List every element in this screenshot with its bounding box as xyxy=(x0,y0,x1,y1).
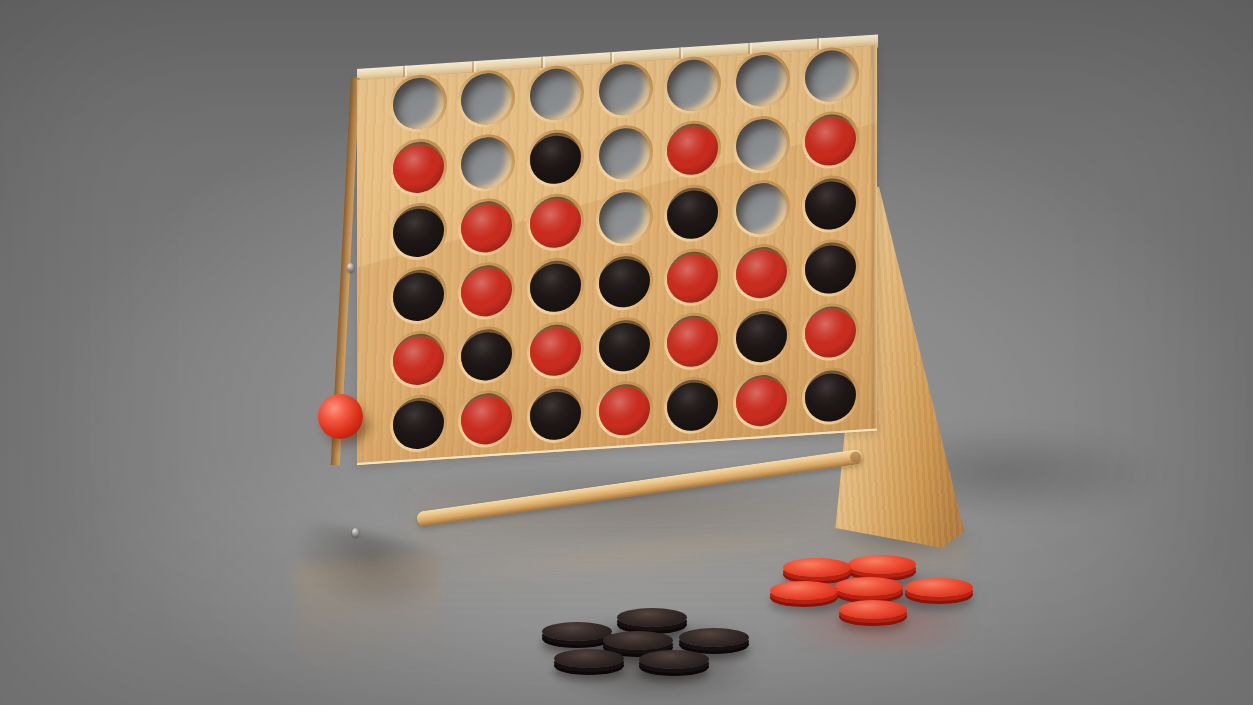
connect-four-board: ●●●●●●●●●●●●●●●●●●●●●●●●●●●●●● xyxy=(357,45,877,465)
red-disc: ● xyxy=(530,323,581,377)
cell-col7-row3[interactable]: ● xyxy=(802,173,859,234)
black-disc: ● xyxy=(736,309,787,363)
cell-col4-row5[interactable]: ● xyxy=(596,315,653,376)
cell-col4-row3[interactable] xyxy=(596,187,653,248)
black-disc: ● xyxy=(805,240,856,294)
red-disc: ● xyxy=(530,195,581,249)
dowel-reflection xyxy=(447,518,833,590)
floor-reflection-board xyxy=(408,498,863,648)
cell-col5-row6[interactable]: ● xyxy=(664,374,721,435)
red-disc: ● xyxy=(461,199,512,253)
black-disc: ● xyxy=(530,387,581,441)
cell-col1-row2[interactable]: ● xyxy=(390,137,447,198)
stand-dowel-rod xyxy=(416,449,864,527)
cell-col5-row3[interactable]: ● xyxy=(664,182,721,243)
black-disc: ● xyxy=(667,378,718,432)
cell-col2-row6[interactable]: ● xyxy=(458,388,515,449)
red-disc: ● xyxy=(461,263,512,317)
spare-red-disc[interactable] xyxy=(848,555,916,574)
black-disc: ● xyxy=(667,186,718,240)
black-disc: ● xyxy=(461,327,512,381)
cell-col5-row5[interactable]: ● xyxy=(664,310,721,371)
black-disc: ● xyxy=(530,131,581,185)
red-pile-reflection xyxy=(780,610,978,656)
black-pile-shadow xyxy=(542,620,762,682)
black-disc: ● xyxy=(393,268,444,322)
cell-col1-row5[interactable]: ● xyxy=(390,329,447,390)
cell-col6-row5[interactable]: ● xyxy=(733,306,790,367)
cell-col3-row2[interactable]: ● xyxy=(527,127,584,188)
cell-col3-row1[interactable] xyxy=(527,63,584,124)
spare-red-disc[interactable] xyxy=(839,600,907,619)
spare-red-disc[interactable] xyxy=(783,558,851,577)
cell-col7-row2[interactable]: ● xyxy=(802,109,859,170)
empty-hole xyxy=(393,76,444,130)
cell-col4-row4[interactable]: ● xyxy=(596,251,653,312)
cell-col7-row6[interactable]: ● xyxy=(802,365,859,426)
cell-col1-row3[interactable]: ● xyxy=(390,201,447,262)
black-disc: ● xyxy=(805,368,856,422)
red-disc: ● xyxy=(736,373,787,427)
empty-hole xyxy=(736,117,787,171)
red-disc: ● xyxy=(805,304,856,358)
cell-col5-row1[interactable] xyxy=(664,54,721,115)
empty-hole xyxy=(667,58,718,112)
cell-col3-row4[interactable]: ● xyxy=(527,255,584,316)
screw-icon xyxy=(347,263,354,272)
black-disc: ● xyxy=(530,259,581,313)
cell-col3-row5[interactable]: ● xyxy=(527,319,584,380)
red-release-knob[interactable] xyxy=(318,394,363,439)
spare-black-disc[interactable] xyxy=(542,622,612,641)
black-disc: ● xyxy=(599,254,650,308)
red-disc: ● xyxy=(667,314,718,368)
cell-col6-row6[interactable]: ● xyxy=(733,370,790,431)
red-disc: ● xyxy=(667,122,718,176)
cell-col6-row4[interactable]: ● xyxy=(733,242,790,303)
spare-black-disc[interactable] xyxy=(639,650,709,669)
spare-red-disc[interactable] xyxy=(905,578,973,597)
cell-col4-row2[interactable] xyxy=(596,123,653,184)
empty-hole xyxy=(805,48,856,102)
empty-hole xyxy=(530,67,581,121)
spare-black-disc[interactable] xyxy=(554,649,624,668)
cell-col6-row2[interactable] xyxy=(733,114,790,175)
right-leg-reflection xyxy=(845,540,967,612)
red-disc: ● xyxy=(461,391,512,445)
cell-col4-row6[interactable]: ● xyxy=(596,379,653,440)
red-pile-shadow xyxy=(770,570,984,628)
spare-black-disc[interactable] xyxy=(603,631,673,650)
cell-col4-row1[interactable] xyxy=(596,59,653,120)
black-disc: ● xyxy=(599,318,650,372)
cell-col2-row1[interactable] xyxy=(458,68,515,129)
empty-hole xyxy=(461,71,512,125)
cell-col5-row4[interactable]: ● xyxy=(664,246,721,307)
spare-red-disc[interactable] xyxy=(835,577,903,596)
empty-hole xyxy=(736,181,787,235)
empty-hole xyxy=(736,53,787,107)
cell-col7-row5[interactable]: ● xyxy=(802,301,859,362)
cell-col7-row4[interactable]: ● xyxy=(802,237,859,298)
cell-col1-row4[interactable]: ● xyxy=(390,265,447,326)
spare-red-disc[interactable] xyxy=(770,581,838,600)
cell-col3-row3[interactable]: ● xyxy=(527,191,584,252)
empty-hole xyxy=(599,62,650,116)
black-pile-reflection xyxy=(556,660,761,704)
cell-col7-row1[interactable] xyxy=(802,45,859,106)
red-disc: ● xyxy=(393,140,444,194)
cell-col3-row6[interactable]: ● xyxy=(527,383,584,444)
cell-col2-row4[interactable]: ● xyxy=(458,260,515,321)
screw-icon xyxy=(352,528,359,537)
spare-black-disc[interactable] xyxy=(617,608,687,627)
red-disc: ● xyxy=(667,250,718,304)
red-disc: ● xyxy=(393,332,444,386)
red-disc: ● xyxy=(736,245,787,299)
cell-col2-row2[interactable] xyxy=(458,132,515,193)
spare-black-disc[interactable] xyxy=(679,628,749,647)
black-disc: ● xyxy=(393,204,444,258)
red-disc: ● xyxy=(599,382,650,436)
red-disc: ● xyxy=(805,112,856,166)
black-disc: ● xyxy=(805,176,856,230)
empty-hole xyxy=(599,126,650,180)
cell-col1-row1[interactable] xyxy=(390,73,447,134)
floor-shadow-right xyxy=(930,425,1170,520)
empty-hole xyxy=(599,190,650,244)
cell-col2-row5[interactable]: ● xyxy=(458,324,515,385)
cell-col6-row3[interactable] xyxy=(733,178,790,239)
cell-col2-row3[interactable]: ● xyxy=(458,196,515,257)
empty-hole xyxy=(461,135,512,189)
cell-col5-row2[interactable]: ● xyxy=(664,118,721,179)
scene: ●●●●●●●●●●●●●●●●●●●●●●●●●●●●●● xyxy=(0,0,1253,705)
cell-col6-row1[interactable] xyxy=(733,50,790,111)
